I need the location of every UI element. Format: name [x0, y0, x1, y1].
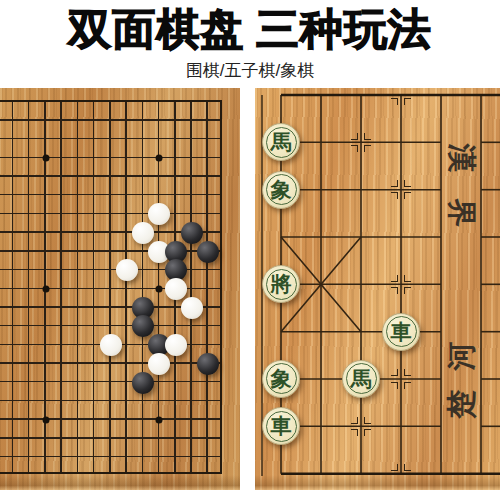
xiangqi-piece-horse: 馬 [262, 123, 300, 161]
position-marker [390, 179, 412, 201]
xiangqi-board: 漢 界 河 楚 馬象將車象馬車 [255, 88, 500, 490]
product-image: 双面棋盘 三种玩法 围棋/五子棋/象棋 [0, 0, 500, 500]
piece-character: 車 [263, 408, 299, 444]
piece-character: 車 [383, 314, 419, 350]
go-stone-white [116, 259, 138, 281]
go-stone-white [165, 334, 187, 356]
piece-character: 象 [263, 361, 299, 397]
position-marker [350, 131, 372, 153]
star-point [42, 286, 49, 293]
go-stone-white [100, 334, 122, 356]
position-marker [390, 88, 412, 106]
star-point [156, 286, 163, 293]
position-marker [390, 368, 412, 390]
go-stone-black [181, 222, 203, 244]
river-label-he: 河 [447, 342, 476, 371]
river-label-han: 漢 [447, 144, 476, 173]
go-stone-white [148, 203, 170, 225]
xiangqi-piece-horse: 馬 [342, 360, 380, 398]
piece-character: 將 [263, 266, 299, 302]
xiangqi-piece-general: 將 [262, 265, 300, 303]
position-marker [350, 415, 372, 437]
position-marker [390, 273, 412, 295]
page-subtitle: 围棋/五子棋/象棋 [0, 59, 500, 83]
xiangqi-piece-chariot: 車 [262, 407, 300, 445]
go-stone-white [132, 222, 154, 244]
xiangqi-board-bottom-edge [255, 475, 500, 490]
piece-character: 馬 [343, 361, 379, 397]
river-label-jie: 界 [447, 199, 476, 228]
go-board-bottom-edge [0, 475, 240, 490]
go-stone-white [148, 353, 170, 375]
piece-character: 馬 [263, 124, 299, 160]
go-stone-black [132, 372, 154, 394]
go-stone-black [132, 315, 154, 337]
star-point [156, 155, 163, 162]
go-stone-white [181, 297, 203, 319]
go-grid [0, 100, 222, 474]
star-point [42, 155, 49, 162]
xiangqi-piece-elephant: 象 [262, 360, 300, 398]
xiangqi-piece-elephant: 象 [262, 171, 300, 209]
position-marker [390, 463, 412, 485]
star-point [156, 416, 163, 423]
go-stone-black [197, 353, 219, 375]
xiangqi-piece-chariot: 車 [382, 313, 420, 351]
river-label-chu: 楚 [447, 390, 476, 419]
piece-character: 象 [263, 172, 299, 208]
go-stone-black [197, 241, 219, 263]
page-title: 双面棋盘 三种玩法 [0, 2, 500, 58]
go-stone-white [165, 278, 187, 300]
star-point [42, 416, 49, 423]
go-board [0, 88, 240, 490]
